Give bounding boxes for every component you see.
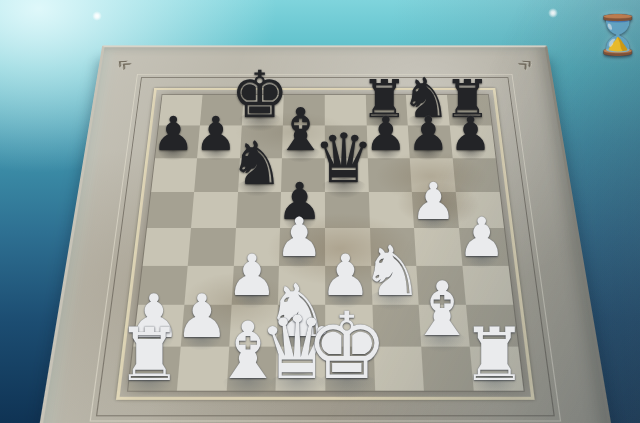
white-p-glyph: ♟ <box>410 176 456 227</box>
white-p-glyph: ♟ <box>275 211 323 265</box>
pieces-layer: ♚♜♞♜♟♟♝♟♟♟♞♛♟♟♟♟♟♟♞♟♟♞♝♜♝♛♚♜ <box>0 0 640 423</box>
white-r-glyph: ♜ <box>117 318 182 391</box>
black-p-glyph: ♟ <box>407 110 449 157</box>
white-p-glyph: ♟ <box>458 211 506 265</box>
black-n-glyph: ♞ <box>230 133 284 193</box>
black-p-glyph: ♟ <box>152 110 194 157</box>
white-r-glyph: ♜ <box>462 318 527 391</box>
chess-app-window: « » « » ♚♜♞♜♟♟♝♟♟♟♞♛♟♟♟♟♟♟♞♟♟♞♝♜♝♛♚♜ ⌛ <box>0 0 640 423</box>
hourglass-thinking-icon: ⌛ <box>594 16 640 54</box>
black-p-glyph: ♟ <box>450 110 492 157</box>
white-k-glyph: ♚ <box>305 301 387 393</box>
